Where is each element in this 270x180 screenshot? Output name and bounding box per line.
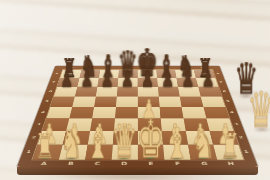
white-knight[interactable]: ♞ — [192, 129, 215, 161]
square-h6[interactable] — [198, 87, 221, 97]
square-h1[interactable]: ♜ — [213, 144, 243, 159]
square-c5[interactable] — [94, 96, 117, 106]
black-pawn[interactable]: ♟ — [202, 69, 215, 87]
rank-label-right-7: 7 — [215, 78, 227, 87]
square-f6[interactable] — [158, 87, 180, 97]
white-rook[interactable]: ♜ — [35, 133, 55, 161]
black-pawn[interactable]: ♟ — [101, 69, 114, 87]
black-pawn[interactable]: ♟ — [181, 69, 194, 87]
black-pawn[interactable]: ♟ — [121, 69, 134, 87]
square-g7[interactable]: ♟ — [176, 78, 198, 87]
square-e7[interactable]: ♟ — [137, 78, 157, 87]
file-label-a: A — [30, 162, 58, 167]
square-b1[interactable]: ♞ — [58, 144, 87, 159]
black-pawn[interactable]: ♟ — [161, 69, 174, 87]
square-d6[interactable] — [116, 87, 137, 97]
square-a5[interactable] — [50, 96, 75, 106]
square-b6[interactable] — [74, 87, 97, 97]
white-rook[interactable]: ♜ — [220, 133, 240, 161]
rank-label-right-5: 5 — [221, 96, 235, 106]
white-bishop[interactable]: ♝ — [86, 127, 110, 161]
square-f7[interactable]: ♟ — [157, 78, 178, 87]
black-pawn[interactable]: ♟ — [141, 69, 154, 87]
board-grid[interactable]: ♜♞♝♛♚♝♞♜♟♟♟♟♟♟♟♟♟♟♟♟♟♟♟♟♜♞♝♛♚♝♞♜ — [32, 70, 243, 160]
square-d1[interactable]: ♛ — [111, 144, 137, 159]
white-knight[interactable]: ♞ — [60, 129, 83, 161]
scene: ♜♞♝♛♚♝♞♜♟♟♟♟♟♟♟♟♟♟♟♟♟♟♟♟♜♞♝♛♚♝♞♜ ABCDEFG… — [0, 0, 270, 180]
black-pawn[interactable]: ♟ — [80, 69, 93, 87]
square-g1[interactable]: ♞ — [188, 144, 217, 159]
square-h7[interactable]: ♟ — [196, 78, 218, 87]
square-c1[interactable]: ♝ — [85, 144, 113, 159]
square-b7[interactable]: ♟ — [77, 78, 99, 87]
square-d7[interactable]: ♟ — [117, 78, 137, 87]
square-e1[interactable]: ♚ — [137, 144, 163, 159]
square-c6[interactable] — [95, 87, 117, 97]
square-c7[interactable]: ♟ — [97, 78, 118, 87]
square-a7[interactable]: ♟ — [57, 78, 79, 87]
square-a1[interactable]: ♜ — [32, 144, 62, 159]
photo-frame: ♜♞♝♛♚♝♞♜♟♟♟♟♟♟♟♟♟♟♟♟♟♟♟♟♜♞♝♛♚♝♞♜ ABCDEFG… — [0, 0, 270, 180]
black-pawn[interactable]: ♟ — [60, 69, 73, 87]
square-d5[interactable] — [116, 96, 138, 106]
board-front-edge — [17, 167, 258, 175]
white-queen[interactable]: ♛ — [111, 122, 138, 160]
square-f5[interactable] — [158, 96, 181, 106]
square-g5[interactable] — [179, 96, 203, 106]
file-label-f: F — [164, 162, 191, 167]
square-g6[interactable] — [178, 87, 201, 97]
square-a6[interactable] — [54, 87, 77, 97]
file-label-e: E — [137, 162, 164, 167]
file-labels-bottom: ABCDEFGH — [30, 162, 245, 167]
chess-board: ♜♞♝♛♚♝♞♜♟♟♟♟♟♟♟♟♟♟♟♟♟♟♟♟♜♞♝♛♚♝♞♜ ABCDEFG… — [17, 66, 258, 167]
white-bishop[interactable]: ♝ — [165, 127, 189, 161]
file-label-g: G — [191, 162, 219, 167]
file-label-d: D — [111, 162, 138, 167]
file-label-c: C — [84, 162, 111, 167]
spare-white-queen[interactable]: ♛ — [247, 91, 270, 129]
file-label-h: H — [217, 162, 245, 167]
square-f1[interactable]: ♝ — [163, 144, 191, 159]
square-b5[interactable] — [72, 96, 96, 106]
rank-label-right-6: 6 — [218, 87, 231, 97]
file-label-b: B — [57, 162, 85, 167]
white-king[interactable]: ♚ — [136, 119, 165, 160]
